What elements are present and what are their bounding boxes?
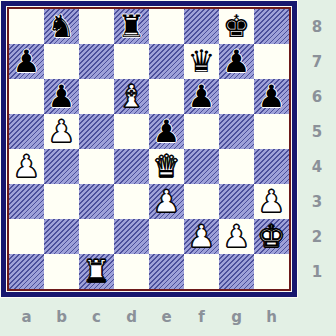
square-d7[interactable] bbox=[114, 44, 149, 79]
square-f5[interactable] bbox=[184, 114, 219, 149]
square-b6[interactable]: ♟ bbox=[44, 79, 79, 114]
square-a6[interactable] bbox=[9, 79, 44, 114]
piece-black-pawn: ♟ bbox=[48, 79, 76, 114]
square-h6[interactable]: ♟ bbox=[254, 79, 289, 114]
piece-white-rook: ♜ bbox=[83, 254, 111, 289]
file-label-h: h bbox=[254, 303, 289, 331]
square-h7[interactable] bbox=[254, 44, 289, 79]
square-b5[interactable]: ♟ bbox=[44, 114, 79, 149]
square-a4[interactable]: ♟ bbox=[9, 149, 44, 184]
square-b3[interactable] bbox=[44, 184, 79, 219]
square-b4[interactable] bbox=[44, 149, 79, 184]
file-label-d: d bbox=[114, 303, 149, 331]
square-a7[interactable]: ♟ bbox=[9, 44, 44, 79]
piece-white-pawn: ♟ bbox=[13, 149, 41, 184]
rank-label-5: 5 bbox=[300, 114, 334, 149]
file-label-e: e bbox=[149, 303, 184, 331]
square-c2[interactable] bbox=[79, 219, 114, 254]
piece-black-queen: ♛ bbox=[188, 44, 216, 79]
rank-label-3: 3 bbox=[300, 184, 334, 219]
piece-white-pawn: ♟ bbox=[188, 219, 216, 254]
file-label-a: a bbox=[9, 303, 44, 331]
piece-white-king: ♚ bbox=[258, 219, 286, 254]
file-label-g: g bbox=[219, 303, 254, 331]
square-h2[interactable]: ♚ bbox=[254, 219, 289, 254]
piece-black-king: ♚ bbox=[223, 9, 251, 44]
square-g7[interactable]: ♟ bbox=[219, 44, 254, 79]
square-a2[interactable] bbox=[9, 219, 44, 254]
square-b8[interactable]: ♞ bbox=[44, 9, 79, 44]
square-h4[interactable] bbox=[254, 149, 289, 184]
rank-label-8: 8 bbox=[300, 9, 334, 44]
piece-white-pawn: ♟ bbox=[153, 184, 181, 219]
square-d8[interactable]: ♜ bbox=[114, 9, 149, 44]
piece-black-rook: ♜ bbox=[118, 9, 146, 44]
square-c1[interactable]: ♜ bbox=[79, 254, 114, 289]
square-g5[interactable] bbox=[219, 114, 254, 149]
rank-label-4: 4 bbox=[300, 149, 334, 184]
square-d5[interactable] bbox=[114, 114, 149, 149]
square-g2[interactable]: ♟ bbox=[219, 219, 254, 254]
rank-label-1: 1 bbox=[300, 254, 334, 289]
piece-black-pawn: ♟ bbox=[188, 79, 216, 114]
square-c4[interactable] bbox=[79, 149, 114, 184]
square-b1[interactable] bbox=[44, 254, 79, 289]
square-d6[interactable]: ♝ bbox=[114, 79, 149, 114]
piece-white-pawn: ♟ bbox=[48, 114, 76, 149]
square-f6[interactable]: ♟ bbox=[184, 79, 219, 114]
piece-black-pawn: ♟ bbox=[153, 114, 181, 149]
square-e4[interactable]: ♛ bbox=[149, 149, 184, 184]
square-f2[interactable]: ♟ bbox=[184, 219, 219, 254]
square-c8[interactable] bbox=[79, 9, 114, 44]
square-e5[interactable]: ♟ bbox=[149, 114, 184, 149]
square-f1[interactable] bbox=[184, 254, 219, 289]
square-d4[interactable] bbox=[114, 149, 149, 184]
square-e1[interactable] bbox=[149, 254, 184, 289]
square-c7[interactable] bbox=[79, 44, 114, 79]
square-f7[interactable]: ♛ bbox=[184, 44, 219, 79]
board-frame: ♞♜♚♟♛♟♟♝♟♟♟♟♟♛♟♟♟♟♚♜ bbox=[0, 0, 298, 298]
board: ♞♜♚♟♛♟♟♝♟♟♟♟♟♛♟♟♟♟♚♜ bbox=[9, 9, 289, 289]
square-h1[interactable] bbox=[254, 254, 289, 289]
square-g6[interactable] bbox=[219, 79, 254, 114]
square-f3[interactable] bbox=[184, 184, 219, 219]
square-h3[interactable]: ♟ bbox=[254, 184, 289, 219]
square-a5[interactable] bbox=[9, 114, 44, 149]
square-b7[interactable] bbox=[44, 44, 79, 79]
piece-white-bishop: ♝ bbox=[118, 79, 146, 114]
piece-white-pawn: ♟ bbox=[258, 184, 286, 219]
square-c3[interactable] bbox=[79, 184, 114, 219]
square-e7[interactable] bbox=[149, 44, 184, 79]
piece-white-queen: ♛ bbox=[153, 149, 181, 184]
rank-label-7: 7 bbox=[300, 44, 334, 79]
square-d1[interactable] bbox=[114, 254, 149, 289]
square-d3[interactable] bbox=[114, 184, 149, 219]
square-f8[interactable] bbox=[184, 9, 219, 44]
piece-black-knight: ♞ bbox=[48, 9, 76, 44]
square-e2[interactable] bbox=[149, 219, 184, 254]
square-c6[interactable] bbox=[79, 79, 114, 114]
chess-diagram: ♞♜♚♟♛♟♟♝♟♟♟♟♟♛♟♟♟♟♚♜ abcdefgh 87654321 bbox=[0, 0, 336, 336]
piece-black-pawn: ♟ bbox=[258, 79, 286, 114]
file-label-f: f bbox=[184, 303, 219, 331]
square-b2[interactable] bbox=[44, 219, 79, 254]
square-f4[interactable] bbox=[184, 149, 219, 184]
piece-white-pawn: ♟ bbox=[223, 219, 251, 254]
square-g1[interactable] bbox=[219, 254, 254, 289]
square-g3[interactable] bbox=[219, 184, 254, 219]
file-labels: abcdefgh bbox=[9, 303, 289, 331]
rank-label-2: 2 bbox=[300, 219, 334, 254]
square-e8[interactable] bbox=[149, 9, 184, 44]
board-frame-inner-line: ♞♜♚♟♛♟♟♝♟♟♟♟♟♛♟♟♟♟♚♜ bbox=[6, 6, 292, 292]
square-d2[interactable] bbox=[114, 219, 149, 254]
square-a8[interactable] bbox=[9, 9, 44, 44]
piece-black-pawn: ♟ bbox=[13, 44, 41, 79]
file-label-c: c bbox=[79, 303, 114, 331]
square-e6[interactable] bbox=[149, 79, 184, 114]
piece-black-pawn: ♟ bbox=[223, 44, 251, 79]
square-a3[interactable] bbox=[9, 184, 44, 219]
square-a1[interactable] bbox=[9, 254, 44, 289]
square-h8[interactable] bbox=[254, 9, 289, 44]
square-e3[interactable]: ♟ bbox=[149, 184, 184, 219]
file-label-b: b bbox=[44, 303, 79, 331]
square-g4[interactable] bbox=[219, 149, 254, 184]
square-h5[interactable] bbox=[254, 114, 289, 149]
square-g8[interactable]: ♚ bbox=[219, 9, 254, 44]
rank-label-6: 6 bbox=[300, 79, 334, 114]
rank-labels: 87654321 bbox=[300, 9, 334, 289]
board-frame-maroon-line: ♞♜♚♟♛♟♟♝♟♟♟♟♟♛♟♟♟♟♚♜ bbox=[7, 7, 291, 291]
square-c5[interactable] bbox=[79, 114, 114, 149]
